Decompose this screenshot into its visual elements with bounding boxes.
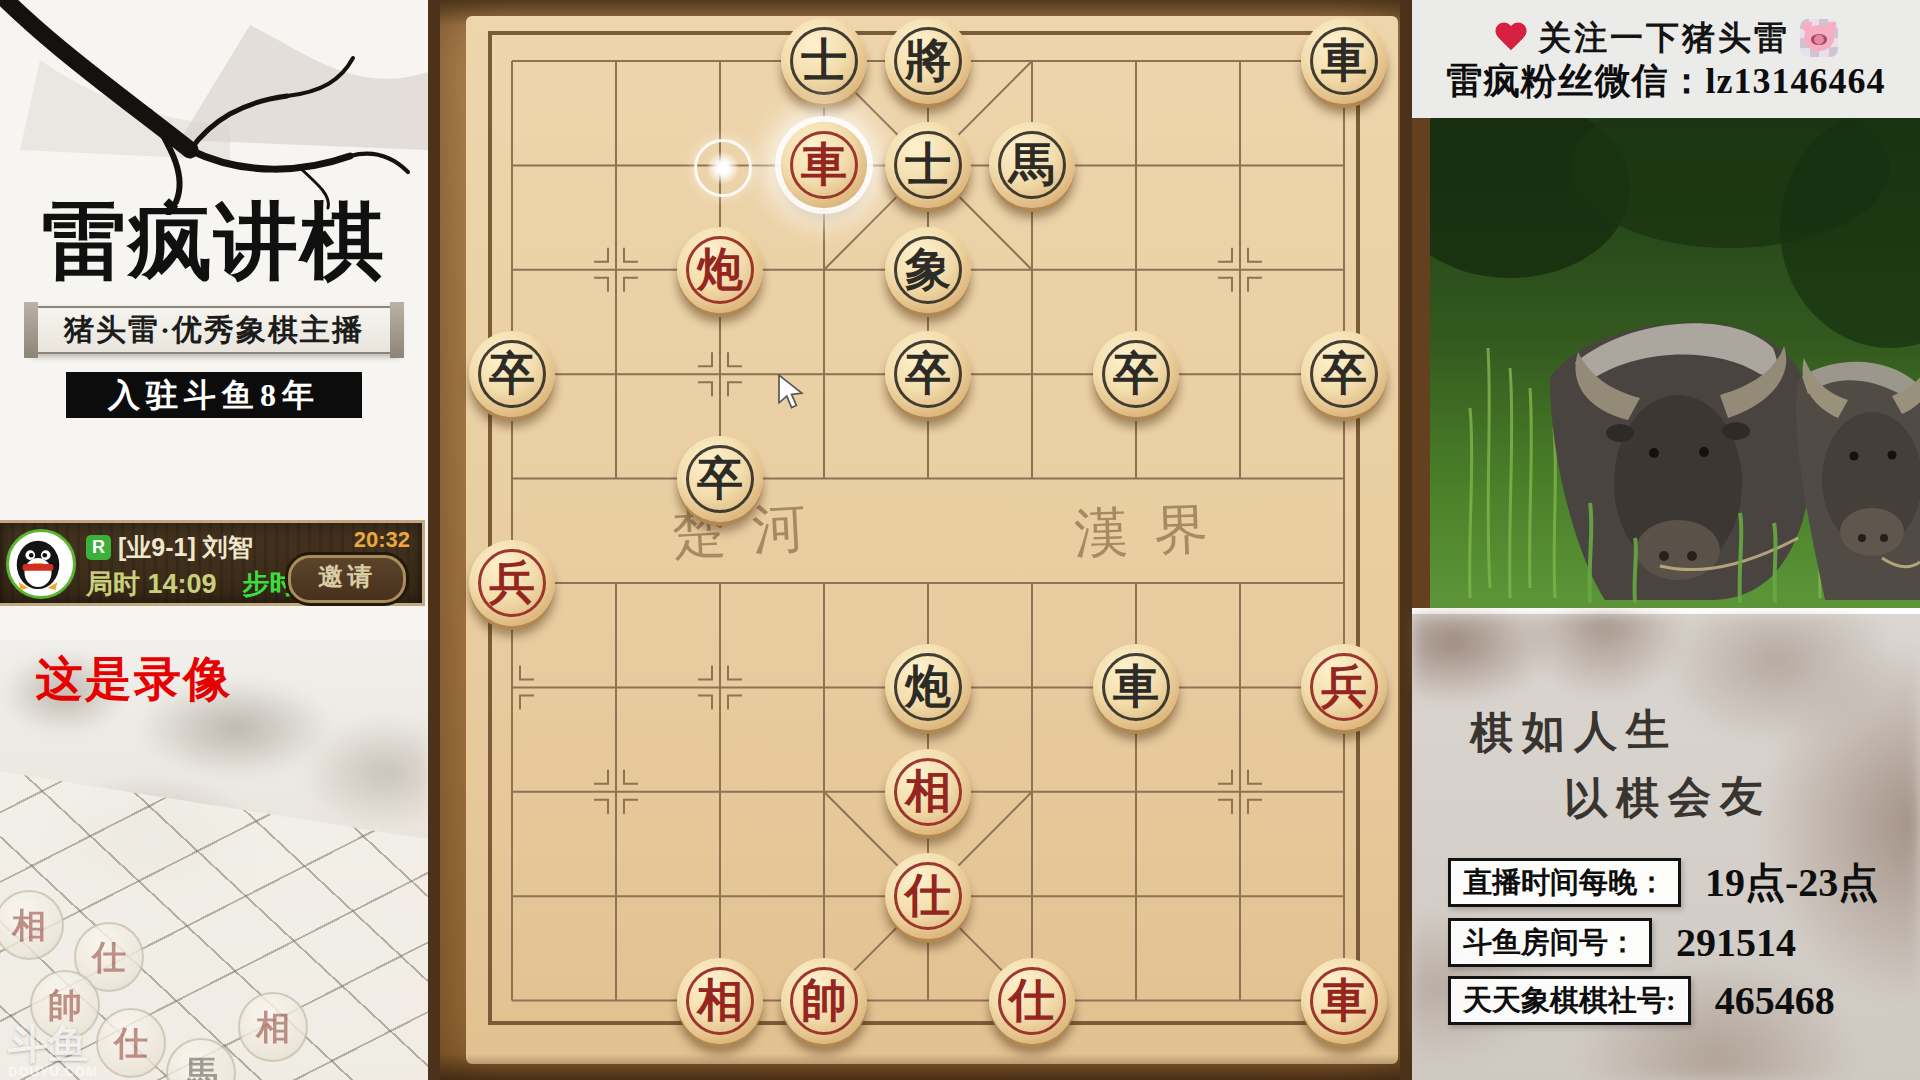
heart-icon [1494,23,1528,53]
sidebar-ink-art: 相 仕 帥 仕 相 馬 斗鱼 DOUYU.COM [0,640,428,1080]
banner-text: 猪头雷·优秀象棋主播 [64,315,364,345]
room-row: 斗鱼房间号： 291514 [1448,918,1796,967]
club-label: 天天象棋棋社号: [1448,976,1691,1025]
piece-red-帥[interactable]: 帥 [781,958,867,1044]
info-ink-block: 棋如人生 以棋会友 直播时间每晚： 19点-23点 斗鱼房间号： 291514 … [1412,608,1920,1080]
wall-clock: 20:32 [354,529,410,551]
years-bar: 入驻斗鱼8年 [66,372,362,418]
room-label: 斗鱼房间号： [1448,918,1652,967]
piece-red-車[interactable]: 車 [1301,958,1387,1044]
piece-black-卒[interactable]: 卒 [1301,331,1387,417]
piece-black-象[interactable]: 象 [885,227,971,313]
years-text: 入驻斗鱼8年 [108,379,320,411]
club-value: 465468 [1715,981,1835,1021]
douyu-watermark: 斗鱼 DOUYU.COM [8,1025,98,1078]
qq-penguin-avatar[interactable] [6,529,76,599]
piece-red-相[interactable]: 相 [677,958,763,1044]
stream-screen: 雷疯讲棋 猪头雷·优秀象棋主播 入驻斗鱼8年 R [0,0,1920,1080]
piece-black-卒[interactable]: 卒 [1093,331,1179,417]
buffalo-photo [1412,118,1920,608]
piece-black-士[interactable]: 士 [781,18,867,104]
motto-line-2: 以棋会友 [1564,774,1773,821]
piece-red-炮[interactable]: 炮 [677,227,763,313]
piece-black-卒[interactable]: 卒 [677,436,763,522]
rank-badge-icon: R [86,535,111,560]
piece-red-相[interactable]: 相 [885,749,971,835]
piece-black-士[interactable]: 士 [885,122,971,208]
piece-red-車[interactable]: 車 [781,122,867,208]
follow-text: 关注一下猪头雷 [1538,22,1790,55]
last-move-from-marker [694,139,752,197]
schedule-row: 直播时间每晚： 19点-23点 [1448,858,1878,907]
plum-blossom-art [0,0,428,215]
schedule-label: 直播时间每晚： [1448,858,1681,907]
piece-red-兵[interactable]: 兵 [469,540,555,626]
xiangqi-board[interactable]: 楚河 漢界 士將車車士馬炮象卒卒卒卒卒兵炮車兵相仕相帥仕車 [428,0,1412,1080]
piece-black-炮[interactable]: 炮 [885,644,971,730]
opponent-player-bar: R [业9-1] 刘智 局时 14:09步时 01:27 20:32 邀请 [0,520,425,606]
piece-red-仕[interactable]: 仕 [989,958,1075,1044]
wechat-text: 雷疯粉丝微信：lz13146464 [1447,63,1886,99]
piece-black-卒[interactable]: 卒 [469,331,555,417]
piece-black-卒[interactable]: 卒 [885,331,971,417]
piece-black-馬[interactable]: 馬 [989,122,1075,208]
club-row: 天天象棋棋社号: 465468 [1448,976,1835,1025]
piece-red-兵[interactable]: 兵 [1301,644,1387,730]
piece-black-將[interactable]: 將 [885,18,971,104]
streamer-title: 雷疯讲棋 [0,196,428,288]
follow-strip: 关注一下猪头雷 雷疯粉丝微信：lz13146464 [1412,0,1920,118]
mouse-cursor [776,374,806,410]
river-text-right: 漢界 [1073,496,1235,565]
streamer-banner: 猪头雷·优秀象棋主播 [30,306,398,354]
pig-emoji-icon [1800,19,1838,57]
right-panel: 关注一下猪头雷 雷疯粉丝微信：lz13146464 [1412,0,1920,1080]
invite-button[interactable]: 邀请 [288,555,406,603]
piece-black-車[interactable]: 車 [1301,18,1387,104]
piece-black-車[interactable]: 車 [1093,644,1179,730]
schedule-value: 19点-23点 [1705,863,1878,903]
room-value: 291514 [1676,923,1796,963]
left-sidebar: 雷疯讲棋 猪头雷·优秀象棋主播 入驻斗鱼8年 R [0,0,428,1080]
recording-note: 这是录像 [36,656,232,703]
motto-line-1: 棋如人生 [1470,708,1679,755]
player-name: [业9-1] 刘智 [118,535,253,560]
piece-red-仕[interactable]: 仕 [885,853,971,939]
